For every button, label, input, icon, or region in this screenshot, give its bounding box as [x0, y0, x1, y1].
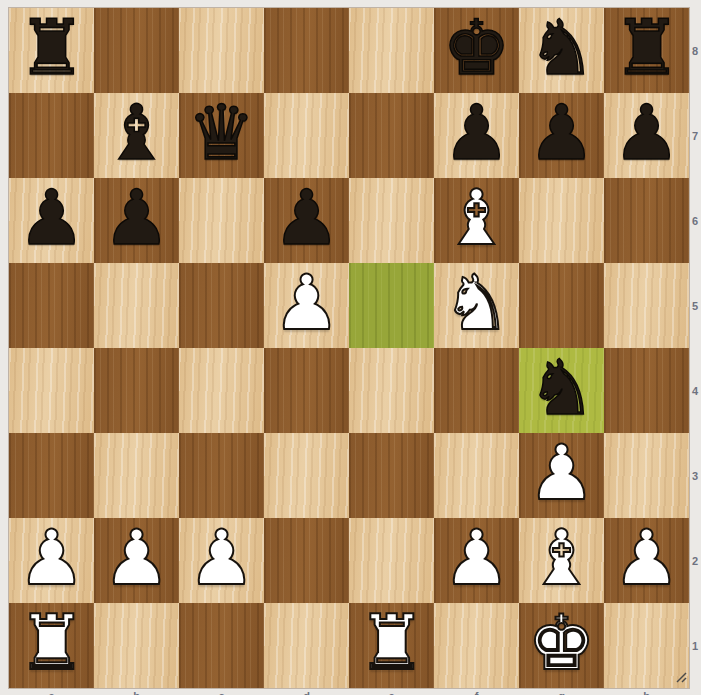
- resize-grip-icon[interactable]: [673, 669, 689, 685]
- rank-label-5: 5: [689, 263, 701, 348]
- square-g8[interactable]: ♞: [519, 8, 604, 93]
- file-label-a: a: [9, 690, 94, 695]
- piece-white-pawn[interactable]: ♟: [442, 518, 510, 600]
- square-g7[interactable]: ♟: [519, 93, 604, 178]
- piece-white-rook[interactable]: ♜: [17, 603, 85, 685]
- piece-white-bishop[interactable]: ♝: [442, 178, 510, 260]
- square-e5[interactable]: [349, 263, 434, 348]
- piece-black-pawn[interactable]: ♟: [102, 178, 170, 260]
- rank-label-4: 4: [689, 348, 701, 433]
- rank-label-2: 2: [689, 518, 701, 603]
- piece-black-pawn[interactable]: ♟: [442, 93, 510, 175]
- piece-black-rook[interactable]: ♜: [17, 8, 85, 90]
- file-label-h: h: [604, 690, 689, 695]
- piece-black-knight[interactable]: ♞: [527, 8, 595, 90]
- piece-white-knight[interactable]: ♞: [442, 263, 510, 345]
- square-c5[interactable]: [179, 263, 264, 348]
- square-e4[interactable]: [349, 348, 434, 433]
- square-a1[interactable]: ♜: [9, 603, 94, 688]
- square-h8[interactable]: ♜: [604, 8, 689, 93]
- piece-black-knight[interactable]: ♞: [527, 348, 595, 430]
- file-label-f: f: [434, 690, 519, 695]
- square-c7[interactable]: ♛: [179, 93, 264, 178]
- piece-black-pawn[interactable]: ♟: [272, 178, 340, 260]
- square-f7[interactable]: ♟: [434, 93, 519, 178]
- square-e7[interactable]: [349, 93, 434, 178]
- square-d5[interactable]: ♟: [264, 263, 349, 348]
- square-a2[interactable]: ♟: [9, 518, 94, 603]
- square-h7[interactable]: ♟: [604, 93, 689, 178]
- square-f5[interactable]: ♞: [434, 263, 519, 348]
- square-h5[interactable]: [604, 263, 689, 348]
- square-b5[interactable]: [94, 263, 179, 348]
- piece-white-pawn[interactable]: ♟: [527, 433, 595, 515]
- piece-black-rook[interactable]: ♜: [612, 8, 680, 90]
- square-h2[interactable]: ♟: [604, 518, 689, 603]
- square-g6[interactable]: [519, 178, 604, 263]
- file-label-c: c: [179, 690, 264, 695]
- rank-label-1: 1: [689, 603, 701, 688]
- square-h3[interactable]: [604, 433, 689, 518]
- file-label-d: d: [264, 690, 349, 695]
- square-c2[interactable]: ♟: [179, 518, 264, 603]
- square-f3[interactable]: [434, 433, 519, 518]
- square-c3[interactable]: [179, 433, 264, 518]
- piece-white-rook[interactable]: ♜: [357, 603, 425, 685]
- piece-black-pawn[interactable]: ♟: [527, 93, 595, 175]
- page-background: ♜♚♞♜♝♛♟♟♟♟♟♟♝♟♞♞♟♟♟♟♟♝♟♜♜♚ 87654321 abcd…: [0, 0, 701, 695]
- piece-black-queen[interactable]: ♛: [187, 93, 255, 175]
- piece-black-pawn[interactable]: ♟: [612, 93, 680, 175]
- square-f6[interactable]: ♝: [434, 178, 519, 263]
- square-d7[interactable]: [264, 93, 349, 178]
- piece-black-king[interactable]: ♚: [442, 8, 510, 90]
- square-b8[interactable]: [94, 8, 179, 93]
- square-e8[interactable]: [349, 8, 434, 93]
- square-g5[interactable]: [519, 263, 604, 348]
- piece-black-pawn[interactable]: ♟: [17, 178, 85, 260]
- piece-white-pawn[interactable]: ♟: [187, 518, 255, 600]
- piece-white-pawn[interactable]: ♟: [272, 263, 340, 345]
- square-b6[interactable]: ♟: [94, 178, 179, 263]
- square-e3[interactable]: [349, 433, 434, 518]
- square-f4[interactable]: [434, 348, 519, 433]
- square-b3[interactable]: [94, 433, 179, 518]
- square-d2[interactable]: [264, 518, 349, 603]
- piece-white-pawn[interactable]: ♟: [612, 518, 680, 600]
- square-b7[interactable]: ♝: [94, 93, 179, 178]
- square-e2[interactable]: [349, 518, 434, 603]
- square-a8[interactable]: ♜: [9, 8, 94, 93]
- square-a7[interactable]: [9, 93, 94, 178]
- piece-white-king[interactable]: ♚: [527, 603, 595, 685]
- square-f1[interactable]: [434, 603, 519, 688]
- file-label-g: g: [519, 690, 604, 695]
- square-h4[interactable]: [604, 348, 689, 433]
- square-g1[interactable]: ♚: [519, 603, 604, 688]
- square-c6[interactable]: [179, 178, 264, 263]
- square-c4[interactable]: [179, 348, 264, 433]
- square-d6[interactable]: ♟: [264, 178, 349, 263]
- square-g3[interactable]: ♟: [519, 433, 604, 518]
- square-a4[interactable]: [9, 348, 94, 433]
- square-a3[interactable]: [9, 433, 94, 518]
- square-g2[interactable]: ♝: [519, 518, 604, 603]
- square-b2[interactable]: ♟: [94, 518, 179, 603]
- square-a5[interactable]: [9, 263, 94, 348]
- rank-label-3: 3: [689, 433, 701, 518]
- square-f8[interactable]: ♚: [434, 8, 519, 93]
- piece-white-bishop[interactable]: ♝: [527, 518, 595, 600]
- rank-label-7: 7: [689, 93, 701, 178]
- square-d8[interactable]: [264, 8, 349, 93]
- piece-black-bishop[interactable]: ♝: [102, 93, 170, 175]
- chess-board[interactable]: ♜♚♞♜♝♛♟♟♟♟♟♟♝♟♞♞♟♟♟♟♟♝♟♜♜♚: [9, 8, 689, 688]
- square-d1[interactable]: [264, 603, 349, 688]
- rank-label-8: 8: [689, 8, 701, 93]
- square-f2[interactable]: ♟: [434, 518, 519, 603]
- square-d3[interactable]: [264, 433, 349, 518]
- square-g4[interactable]: ♞: [519, 348, 604, 433]
- rank-coordinates: 87654321: [689, 8, 701, 688]
- square-d4[interactable]: [264, 348, 349, 433]
- piece-white-pawn[interactable]: ♟: [17, 518, 85, 600]
- square-h6[interactable]: [604, 178, 689, 263]
- square-c1[interactable]: [179, 603, 264, 688]
- square-b1[interactable]: [94, 603, 179, 688]
- square-c8[interactable]: [179, 8, 264, 93]
- square-e6[interactable]: [349, 178, 434, 263]
- piece-white-pawn[interactable]: ♟: [102, 518, 170, 600]
- square-a6[interactable]: ♟: [9, 178, 94, 263]
- file-label-e: e: [349, 690, 434, 695]
- file-label-b: b: [94, 690, 179, 695]
- square-b4[interactable]: [94, 348, 179, 433]
- square-e1[interactable]: ♜: [349, 603, 434, 688]
- file-coordinates: abcdefgh: [9, 690, 689, 695]
- rank-label-6: 6: [689, 178, 701, 263]
